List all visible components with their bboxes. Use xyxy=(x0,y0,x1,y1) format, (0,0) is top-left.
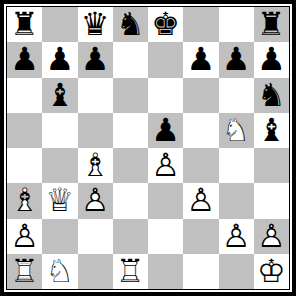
square-g6[interactable] xyxy=(219,78,254,113)
black-pawn: ♟ xyxy=(219,42,254,77)
square-d5[interactable] xyxy=(113,113,148,148)
square-b1[interactable]: ♞♘ xyxy=(42,254,77,289)
square-g7[interactable]: ♟ xyxy=(219,42,254,77)
square-d8[interactable]: ♞ xyxy=(113,7,148,42)
square-b2[interactable] xyxy=(42,219,77,254)
black-pawn: ♟ xyxy=(183,42,218,77)
square-b5[interactable] xyxy=(42,113,77,148)
square-d6[interactable] xyxy=(113,78,148,113)
square-f7[interactable]: ♟ xyxy=(183,42,218,77)
square-c2[interactable] xyxy=(78,219,113,254)
square-g4[interactable] xyxy=(219,148,254,183)
black-knight: ♞ xyxy=(113,7,148,42)
board-inner-frame: ♜♛♞♚♜♟♟♟♟♟♟♝♞♟♞♘♝♝♗♟♙♝♗♛♕♟♙♟♙♟♙♟♙♟♙♜♖♞♘♜… xyxy=(6,6,290,290)
white-knight: ♞♘ xyxy=(219,113,254,148)
white-pawn: ♟♙ xyxy=(183,183,218,218)
square-h7[interactable]: ♟ xyxy=(254,42,289,77)
square-d4[interactable] xyxy=(113,148,148,183)
square-h6[interactable]: ♞ xyxy=(254,78,289,113)
white-king: ♚♔ xyxy=(254,254,289,289)
board-frame: ♜♛♞♚♜♟♟♟♟♟♟♝♞♟♞♘♝♝♗♟♙♝♗♛♕♟♙♟♙♟♙♟♙♟♙♜♖♞♘♜… xyxy=(0,0,296,296)
black-pawn: ♟ xyxy=(7,42,42,77)
black-bishop: ♝ xyxy=(254,113,289,148)
square-a7[interactable]: ♟ xyxy=(7,42,42,77)
black-bishop: ♝ xyxy=(42,78,77,113)
square-b6[interactable]: ♝ xyxy=(42,78,77,113)
square-e7[interactable] xyxy=(148,42,183,77)
black-rook: ♜ xyxy=(254,7,289,42)
square-c7[interactable]: ♟ xyxy=(78,42,113,77)
square-g2[interactable]: ♟♙ xyxy=(219,219,254,254)
square-f3[interactable]: ♟♙ xyxy=(183,183,218,218)
square-f4[interactable] xyxy=(183,148,218,183)
black-queen: ♛ xyxy=(78,7,113,42)
square-d7[interactable] xyxy=(113,42,148,77)
white-bishop: ♝♗ xyxy=(7,183,42,218)
square-e5[interactable]: ♟ xyxy=(148,113,183,148)
white-rook: ♜♖ xyxy=(113,254,148,289)
square-c3[interactable]: ♟♙ xyxy=(78,183,113,218)
square-a6[interactable] xyxy=(7,78,42,113)
black-knight: ♞ xyxy=(254,78,289,113)
square-d3[interactable] xyxy=(113,183,148,218)
square-e8[interactable]: ♚ xyxy=(148,7,183,42)
square-b8[interactable] xyxy=(42,7,77,42)
square-a2[interactable]: ♟♙ xyxy=(7,219,42,254)
square-a4[interactable] xyxy=(7,148,42,183)
white-pawn: ♟♙ xyxy=(219,219,254,254)
square-b4[interactable] xyxy=(42,148,77,183)
black-pawn: ♟ xyxy=(148,113,183,148)
square-a3[interactable]: ♝♗ xyxy=(7,183,42,218)
square-c6[interactable] xyxy=(78,78,113,113)
white-pawn: ♟♙ xyxy=(7,219,42,254)
square-a1[interactable]: ♜♖ xyxy=(7,254,42,289)
square-h4[interactable] xyxy=(254,148,289,183)
square-f5[interactable] xyxy=(183,113,218,148)
white-pawn: ♟♙ xyxy=(78,183,113,218)
black-pawn: ♟ xyxy=(42,42,77,77)
square-e2[interactable] xyxy=(148,219,183,254)
square-h2[interactable]: ♟♙ xyxy=(254,219,289,254)
square-e1[interactable] xyxy=(148,254,183,289)
white-knight: ♞♘ xyxy=(42,254,77,289)
black-pawn: ♟ xyxy=(254,42,289,77)
square-a5[interactable] xyxy=(7,113,42,148)
square-e6[interactable] xyxy=(148,78,183,113)
square-f1[interactable] xyxy=(183,254,218,289)
square-c5[interactable] xyxy=(78,113,113,148)
square-f8[interactable] xyxy=(183,7,218,42)
square-d2[interactable] xyxy=(113,219,148,254)
square-c8[interactable]: ♛ xyxy=(78,7,113,42)
square-a8[interactable]: ♜ xyxy=(7,7,42,42)
square-g3[interactable] xyxy=(219,183,254,218)
chess-diagram: ♜♛♞♚♜♟♟♟♟♟♟♝♞♟♞♘♝♝♗♟♙♝♗♛♕♟♙♟♙♟♙♟♙♟♙♜♖♞♘♜… xyxy=(0,0,296,296)
square-g5[interactable]: ♞♘ xyxy=(219,113,254,148)
square-c1[interactable] xyxy=(78,254,113,289)
square-e4[interactable]: ♟♙ xyxy=(148,148,183,183)
white-rook: ♜♖ xyxy=(7,254,42,289)
square-h8[interactable]: ♜ xyxy=(254,7,289,42)
square-h3[interactable] xyxy=(254,183,289,218)
white-pawn: ♟♙ xyxy=(148,148,183,183)
square-h5[interactable]: ♝ xyxy=(254,113,289,148)
square-f2[interactable] xyxy=(183,219,218,254)
black-rook: ♜ xyxy=(7,7,42,42)
square-b7[interactable]: ♟ xyxy=(42,42,77,77)
white-pawn: ♟♙ xyxy=(254,219,289,254)
square-b3[interactable]: ♛♕ xyxy=(42,183,77,218)
white-queen: ♛♕ xyxy=(42,183,77,218)
square-c4[interactable]: ♝♗ xyxy=(78,148,113,183)
white-bishop: ♝♗ xyxy=(78,148,113,183)
square-g8[interactable] xyxy=(219,7,254,42)
square-d1[interactable]: ♜♖ xyxy=(113,254,148,289)
square-h1[interactable]: ♚♔ xyxy=(254,254,289,289)
black-king: ♚ xyxy=(148,7,183,42)
black-pawn: ♟ xyxy=(78,42,113,77)
square-f6[interactable] xyxy=(183,78,218,113)
chess-board: ♜♛♞♚♜♟♟♟♟♟♟♝♞♟♞♘♝♝♗♟♙♝♗♛♕♟♙♟♙♟♙♟♙♟♙♜♖♞♘♜… xyxy=(7,7,289,289)
square-g1[interactable] xyxy=(219,254,254,289)
square-e3[interactable] xyxy=(148,183,183,218)
